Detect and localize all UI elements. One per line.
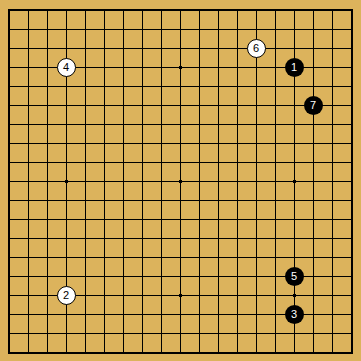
hoshi-point xyxy=(179,294,182,297)
hoshi-point xyxy=(179,66,182,69)
stone-white-D4: 2 xyxy=(57,286,76,305)
stone-black-Q5: 5 xyxy=(285,267,304,286)
hoshi-point xyxy=(179,180,182,183)
go-board: 1234567 xyxy=(0,0,361,361)
stone-white-D16: 4 xyxy=(57,58,76,77)
stone-black-Q16: 1 xyxy=(285,58,304,77)
hoshi-point xyxy=(293,294,296,297)
hoshi-point xyxy=(65,180,68,183)
hoshi-point xyxy=(293,180,296,183)
stone-black-R14: 7 xyxy=(304,96,323,115)
stone-black-Q3: 3 xyxy=(285,305,304,324)
stone-white-O17: 6 xyxy=(247,39,266,58)
